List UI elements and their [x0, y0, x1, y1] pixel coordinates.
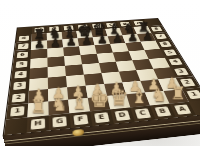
product-photo: HGFEDCBA8♜♞♝♚♛♝♞♜87♟♟♟♟♟♟♟♟7665544332♟♟♟… [0, 0, 200, 146]
rank-label-text: 6 [159, 41, 172, 47]
piece-white-rook: ♜ [170, 85, 186, 102]
square-c1: ♝ [126, 93, 150, 108]
square-f5 [64, 55, 82, 66]
rank-label-text: 8 [19, 35, 29, 41]
file-label-text: G [52, 116, 66, 127]
piece-white-bishop: ♝ [131, 88, 148, 107]
rank-label-text: 4 [14, 71, 26, 79]
piece-black-pawn: ♟ [66, 35, 77, 47]
square-a1: ♜ [164, 89, 189, 103]
rank-label-4: 4 [11, 69, 30, 81]
square-b1: ♞ [145, 91, 170, 106]
rank-label-text: 7 [155, 34, 167, 40]
piece-white-knight: ♞ [151, 87, 167, 105]
square-b4 [132, 59, 153, 70]
piece-black-pawn: ♟ [142, 30, 152, 42]
file-label-text: A [174, 104, 191, 114]
rank-label-text: 3 [13, 81, 26, 90]
piece-black-pawn: ♟ [97, 33, 108, 45]
chess-board: HGFEDCBA8♜♞♝♚♛♝♞♜87♟♟♟♟♟♟♟♟7665544332♟♟♟… [4, 19, 200, 136]
piece-black-pawn: ♟ [112, 32, 123, 44]
piece-white-knight: ♞ [51, 96, 67, 114]
file-label-text: H [31, 118, 45, 129]
file-label-text: C [135, 108, 151, 119]
piece-white-queen: ♛ [110, 87, 129, 108]
piece-black-pawn: ♟ [81, 34, 92, 46]
file-label-text: D [115, 110, 131, 121]
piece-white-bishop: ♝ [71, 93, 88, 112]
rank-label-text: 1 [186, 90, 200, 99]
rank-label-text: 5 [164, 49, 177, 55]
rank-label-text: 4 [169, 58, 183, 65]
square-e4 [82, 63, 101, 75]
square-h5 [30, 58, 48, 69]
rank-label-text: 1 [10, 106, 24, 116]
rank-label-text: 6 [17, 52, 28, 59]
file-label-text: E [94, 112, 109, 123]
rank-label-text: 5 [16, 61, 28, 68]
piece-black-pawn: ♟ [127, 31, 138, 43]
piece-white-king: ♚ [89, 88, 109, 111]
rank-label-text: 7 [18, 43, 29, 49]
rank-label-text: 2 [12, 93, 26, 102]
rank-label-1: 1 [6, 103, 28, 119]
board-wrapper: HGFEDCBA8♜♞♝♚♛♝♞♜87♟♟♟♟♟♟♟♟7665544332♟♟♟… [14, 0, 186, 146]
piece-black-pawn: ♟ [34, 38, 45, 50]
piece-black-pawn: ♟ [50, 36, 61, 48]
file-label-text: B [154, 106, 171, 116]
rank-label-7: 7 [15, 42, 32, 51]
piece-white-rook: ♜ [30, 98, 46, 116]
file-label-text: F [73, 114, 88, 125]
rank-label-3: 3 [9, 79, 29, 92]
